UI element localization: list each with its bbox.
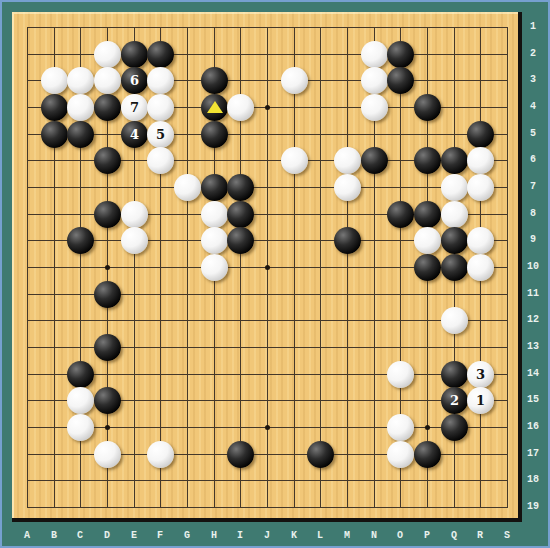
row-label-9: 9 [522,233,544,247]
black-stone-P6[interactable] [414,147,441,174]
black-stone-I9[interactable] [227,227,254,254]
black-stone-Q15[interactable]: 2 [441,387,468,414]
grid-line-horizontal [27,374,508,375]
white-stone-P9[interactable] [414,227,441,254]
white-stone-E9[interactable] [121,227,148,254]
white-stone-R15[interactable]: 1 [467,387,494,414]
column-label-B: B [41,529,67,543]
row-label-13: 13 [522,340,544,354]
black-stone-E2[interactable] [121,41,148,68]
white-stone-C4[interactable] [67,94,94,121]
black-stone-F2[interactable] [147,41,174,68]
row-label-5: 5 [522,127,544,141]
go-game-screenshot: 6745321 ABCDEFGHIJKLMNOPQRS 123456789101… [0,0,550,548]
white-stone-K6[interactable] [281,147,308,174]
white-stone-E8[interactable] [121,201,148,228]
black-stone-H7[interactable] [201,174,228,201]
column-label-M: M [334,529,360,543]
white-stone-C15[interactable] [67,387,94,414]
row-label-16: 16 [522,420,544,434]
go-board[interactable]: 6745321 [12,12,522,522]
black-stone-D15[interactable] [94,387,121,414]
column-label-H: H [201,529,227,543]
column-label-L: L [307,529,333,543]
white-stone-O17[interactable] [387,441,414,468]
star-point [105,425,110,430]
star-point [265,425,270,430]
black-stone-D4[interactable] [94,94,121,121]
white-stone-N3[interactable] [361,67,388,94]
row-label-12: 12 [522,313,544,327]
black-stone-C9[interactable] [67,227,94,254]
row-label-8: 8 [522,207,544,221]
column-label-Q: Q [441,529,467,543]
grid-line-vertical [347,27,348,508]
black-stone-Q10[interactable] [441,254,468,281]
column-label-J: J [254,529,280,543]
white-stone-N2[interactable] [361,41,388,68]
black-stone-C5[interactable] [67,121,94,148]
row-label-1: 1 [522,20,544,34]
white-stone-R7[interactable] [467,174,494,201]
white-stone-H10[interactable] [201,254,228,281]
white-stone-N4[interactable] [361,94,388,121]
white-stone-I4[interactable] [227,94,254,121]
black-stone-D6[interactable] [94,147,121,174]
white-stone-O14[interactable] [387,361,414,388]
black-stone-H3[interactable] [201,67,228,94]
black-stone-O8[interactable] [387,201,414,228]
black-stone-P8[interactable] [414,201,441,228]
row-label-10: 10 [522,260,544,274]
column-label-R: R [467,529,493,543]
white-stone-H8[interactable] [201,201,228,228]
white-stone-C3[interactable] [67,67,94,94]
row-label-4: 4 [522,100,544,114]
column-label-O: O [387,529,413,543]
star-point [425,425,430,430]
white-stone-D3[interactable] [94,67,121,94]
star-point [265,105,270,110]
white-stone-F4[interactable] [147,94,174,121]
black-stone-H5[interactable] [201,121,228,148]
black-stone-N6[interactable] [361,147,388,174]
black-stone-H4[interactable] [201,94,228,121]
grid-line-vertical [294,27,295,508]
white-stone-K3[interactable] [281,67,308,94]
column-label-E: E [121,529,147,543]
column-label-A: A [14,529,40,543]
column-label-I: I [227,529,253,543]
white-stone-M6[interactable] [334,147,361,174]
column-label-N: N [361,529,387,543]
white-stone-R6[interactable] [467,147,494,174]
white-stone-G7[interactable] [174,174,201,201]
white-stone-R14[interactable]: 3 [467,361,494,388]
black-stone-I17[interactable] [227,441,254,468]
white-stone-F5[interactable]: 5 [147,121,174,148]
white-stone-B3[interactable] [41,67,68,94]
white-stone-R10[interactable] [467,254,494,281]
black-stone-M9[interactable] [334,227,361,254]
row-label-17: 17 [522,447,544,461]
black-stone-P10[interactable] [414,254,441,281]
column-label-S: S [494,529,520,543]
white-stone-F6[interactable] [147,147,174,174]
row-label-18: 18 [522,473,544,487]
row-label-7: 7 [522,180,544,194]
white-stone-E4[interactable]: 7 [121,94,148,121]
column-label-G: G [174,529,200,543]
white-stone-Q7[interactable] [441,174,468,201]
row-label-19: 19 [522,500,544,514]
black-stone-Q16[interactable] [441,414,468,441]
grid-line-vertical [320,27,321,508]
star-point [265,265,270,270]
row-label-3: 3 [522,73,544,87]
row-label-15: 15 [522,393,544,407]
black-stone-D13[interactable] [94,334,121,361]
white-stone-Q12[interactable] [441,307,468,334]
black-stone-O3[interactable] [387,67,414,94]
white-stone-F3[interactable] [147,67,174,94]
white-stone-H9[interactable] [201,227,228,254]
black-stone-I7[interactable] [227,174,254,201]
grid-line-vertical [507,27,508,508]
column-label-D: D [94,529,120,543]
column-label-F: F [147,529,173,543]
black-stone-Q6[interactable] [441,147,468,174]
triangle-marker-icon [207,101,223,113]
column-label-C: C [67,529,93,543]
black-stone-Q9[interactable] [441,227,468,254]
white-stone-C16[interactable] [67,414,94,441]
row-label-11: 11 [522,287,544,301]
white-stone-D17[interactable] [94,441,121,468]
grid-line-horizontal [27,320,508,321]
black-stone-P4[interactable] [414,94,441,121]
black-stone-P17[interactable] [414,441,441,468]
column-label-P: P [414,529,440,543]
row-label-14: 14 [522,367,544,381]
black-stone-Q14[interactable] [441,361,468,388]
black-stone-B5[interactable] [41,121,68,148]
star-point [105,265,110,270]
black-stone-D8[interactable] [94,201,121,228]
white-stone-M7[interactable] [334,174,361,201]
black-stone-E3[interactable]: 6 [121,67,148,94]
black-stone-D11[interactable] [94,281,121,308]
grid-line-horizontal [27,507,508,508]
white-stone-Q8[interactable] [441,201,468,228]
white-stone-F17[interactable] [147,441,174,468]
black-stone-R5[interactable] [467,121,494,148]
row-label-6: 6 [522,153,544,167]
white-stone-R9[interactable] [467,227,494,254]
white-stone-D2[interactable] [94,41,121,68]
black-stone-O2[interactable] [387,41,414,68]
black-stone-E5[interactable]: 4 [121,121,148,148]
black-stone-C14[interactable] [67,361,94,388]
black-stone-L17[interactable] [307,441,334,468]
grid-line-horizontal [27,480,508,481]
row-label-2: 2 [522,47,544,61]
column-label-K: K [281,529,307,543]
black-stone-B4[interactable] [41,94,68,121]
black-stone-I8[interactable] [227,201,254,228]
white-stone-O16[interactable] [387,414,414,441]
